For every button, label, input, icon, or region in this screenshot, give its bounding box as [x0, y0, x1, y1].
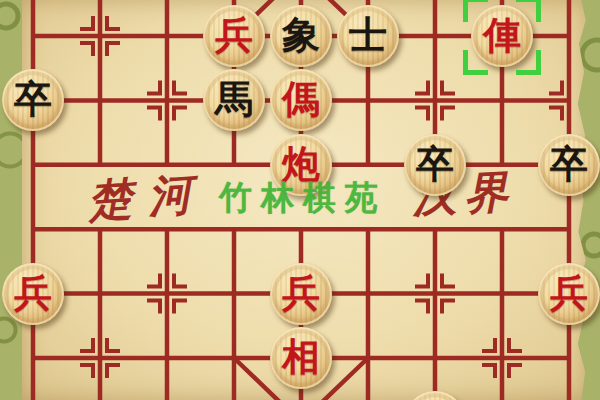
piece-character: 象: [282, 16, 320, 54]
piece-red-elephant-e8[interactable]: 相: [270, 327, 332, 389]
piece-character: 士: [349, 16, 387, 54]
piece-black-soldier-i5[interactable]: 卒: [538, 134, 600, 196]
piece-character: 馬: [215, 80, 253, 118]
xiangqi-app: 楚河 汉界 兵象士俥卒馬傌炮卒卒兵兵兵相 竹林棋苑: [0, 0, 600, 400]
piece-character: 兵: [14, 274, 52, 312]
piece-red-soldier-e7[interactable]: 兵: [270, 263, 332, 325]
piece-character: 傌: [282, 80, 320, 118]
piece-red-horse-e4[interactable]: 傌: [270, 69, 332, 131]
piece-character: 炮: [282, 145, 320, 183]
piece-character: 卒: [14, 80, 52, 118]
piece-character: 兵: [215, 16, 253, 54]
watermark-text: 竹林棋苑: [219, 182, 387, 215]
piece-black-soldier-a4[interactable]: 卒: [2, 69, 64, 131]
piece-character: 俥: [483, 16, 521, 54]
piece-red-chariot-h3[interactable]: 俥: [471, 5, 533, 67]
piece-character: 兵: [550, 274, 588, 312]
piece-black-elephant-e3[interactable]: 象: [270, 5, 332, 67]
piece-black-soldier-g5[interactable]: 卒: [404, 134, 466, 196]
piece-red-soldier-a7[interactable]: 兵: [2, 263, 64, 325]
piece-character: 相: [282, 338, 320, 376]
piece-red-soldier-i7[interactable]: 兵: [538, 263, 600, 325]
piece-character: 卒: [550, 145, 588, 183]
piece-red-soldier-d3[interactable]: 兵: [203, 5, 265, 67]
piece-character: 卒: [416, 145, 454, 183]
piece-black-advisor-f3[interactable]: 士: [337, 5, 399, 67]
piece-character: 兵: [282, 274, 320, 312]
piece-black-horse-d4[interactable]: 馬: [203, 69, 265, 131]
piece-unknown-unknown-g9[interactable]: [404, 391, 466, 400]
